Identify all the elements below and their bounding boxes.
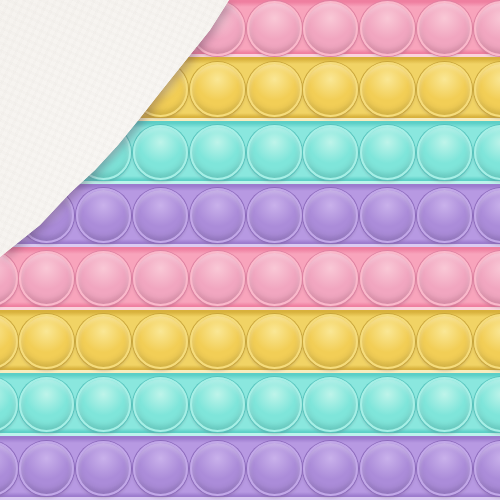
popit-bubble[interactable] xyxy=(19,251,74,306)
popit-row-7-cyan xyxy=(0,373,500,436)
popit-bubble[interactable] xyxy=(133,314,188,369)
popit-bubble[interactable] xyxy=(303,62,358,117)
popit-bubble[interactable] xyxy=(19,62,74,117)
popit-bubble[interactable] xyxy=(190,1,245,56)
popit-bubble[interactable] xyxy=(133,62,188,117)
popit-bubble[interactable] xyxy=(76,441,131,496)
popit-bubble[interactable] xyxy=(76,62,131,117)
popit-bubble[interactable] xyxy=(303,251,358,306)
popit-bubble[interactable] xyxy=(303,1,358,56)
popit-bubble[interactable] xyxy=(247,125,302,180)
popit-bubble[interactable] xyxy=(417,62,472,117)
popit-bubble[interactable] xyxy=(133,441,188,496)
popit-bubble[interactable] xyxy=(0,377,18,432)
popit-bubble[interactable] xyxy=(360,251,415,306)
popit-bubble[interactable] xyxy=(0,251,18,306)
popit-row-8-purple xyxy=(0,436,500,500)
popit-bubble[interactable] xyxy=(474,1,500,56)
popit-bubble[interactable] xyxy=(360,188,415,243)
popit-row-3-cyan xyxy=(0,121,500,184)
popit-bubble[interactable] xyxy=(417,188,472,243)
popit-bubble[interactable] xyxy=(474,188,500,243)
popit-row-2-yellow xyxy=(0,57,500,121)
popit-bubble[interactable] xyxy=(303,377,358,432)
popit-bubble[interactable] xyxy=(474,251,500,306)
popit-bubble[interactable] xyxy=(0,441,18,496)
popit-bubble[interactable] xyxy=(190,251,245,306)
popit-bubble[interactable] xyxy=(474,62,500,117)
popit-bubble[interactable] xyxy=(247,1,302,56)
popit-bubble[interactable] xyxy=(76,314,131,369)
popit-row-4-purple xyxy=(0,184,500,247)
popit-bubble[interactable] xyxy=(417,125,472,180)
popit-bubble[interactable] xyxy=(76,1,131,56)
popit-bubble[interactable] xyxy=(76,125,131,180)
popit-bubble[interactable] xyxy=(0,125,18,180)
popit-bubble[interactable] xyxy=(190,125,245,180)
popit-bubble[interactable] xyxy=(417,1,472,56)
popit-bubble[interactable] xyxy=(474,441,500,496)
popit-bubble[interactable] xyxy=(133,125,188,180)
popit-bubble[interactable] xyxy=(247,441,302,496)
popit-bubble[interactable] xyxy=(247,62,302,117)
popit-bubble[interactable] xyxy=(19,377,74,432)
popit-bubble[interactable] xyxy=(19,441,74,496)
popit-bubble[interactable] xyxy=(0,188,18,243)
popit-bubble[interactable] xyxy=(360,62,415,117)
popit-bubble[interactable] xyxy=(0,1,18,56)
popit-bubble[interactable] xyxy=(474,377,500,432)
popit-bubble[interactable] xyxy=(303,125,358,180)
popit-bubble[interactable] xyxy=(247,377,302,432)
popit-bubble[interactable] xyxy=(417,251,472,306)
popit-bubble[interactable] xyxy=(133,251,188,306)
popit-bubble[interactable] xyxy=(190,441,245,496)
popit-bubble[interactable] xyxy=(76,377,131,432)
popit-bubble[interactable] xyxy=(247,188,302,243)
popit-photo xyxy=(0,0,500,500)
popit-bubble[interactable] xyxy=(76,188,131,243)
popit-bubble[interactable] xyxy=(360,314,415,369)
popit-board xyxy=(0,0,500,500)
popit-bubble[interactable] xyxy=(247,314,302,369)
popit-bubble[interactable] xyxy=(303,441,358,496)
popit-bubble[interactable] xyxy=(474,314,500,369)
popit-bubble[interactable] xyxy=(133,377,188,432)
popit-bubble[interactable] xyxy=(417,441,472,496)
popit-bubble[interactable] xyxy=(417,314,472,369)
popit-bubble[interactable] xyxy=(133,188,188,243)
popit-bubble[interactable] xyxy=(0,314,18,369)
popit-bubble[interactable] xyxy=(190,188,245,243)
popit-bubble[interactable] xyxy=(360,125,415,180)
popit-bubble[interactable] xyxy=(19,188,74,243)
popit-bubble[interactable] xyxy=(19,125,74,180)
popit-bubble[interactable] xyxy=(474,125,500,180)
popit-bubble[interactable] xyxy=(19,314,74,369)
popit-bubble[interactable] xyxy=(360,1,415,56)
popit-bubble[interactable] xyxy=(19,1,74,56)
popit-bubble[interactable] xyxy=(247,251,302,306)
popit-bubble[interactable] xyxy=(0,62,18,117)
popit-row-5-pink xyxy=(0,247,500,310)
popit-bubble[interactable] xyxy=(76,251,131,306)
popit-row-6-yellow xyxy=(0,310,500,373)
popit-bubble[interactable] xyxy=(190,314,245,369)
popit-bubble[interactable] xyxy=(190,377,245,432)
popit-bubble[interactable] xyxy=(133,1,188,56)
popit-bubble[interactable] xyxy=(303,188,358,243)
popit-bubble[interactable] xyxy=(190,62,245,117)
popit-bubble[interactable] xyxy=(360,377,415,432)
popit-bubble[interactable] xyxy=(360,441,415,496)
popit-bubble[interactable] xyxy=(417,377,472,432)
popit-bubble[interactable] xyxy=(303,314,358,369)
popit-row-1-pink xyxy=(0,0,500,57)
